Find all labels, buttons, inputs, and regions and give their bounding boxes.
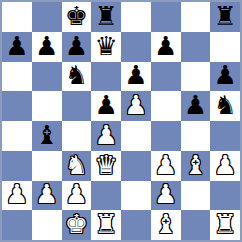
square-c5[interactable] <box>62 91 92 121</box>
square-g2[interactable] <box>181 181 211 211</box>
square-g3[interactable]: ♝ <box>181 151 211 181</box>
square-c1[interactable]: ♚ <box>62 210 92 240</box>
white-rook-h1[interactable]: ♜ <box>213 211 236 237</box>
white-queen-d3[interactable]: ♛ <box>94 152 117 178</box>
square-a6[interactable] <box>2 62 32 92</box>
square-f8[interactable] <box>151 2 181 32</box>
square-b2[interactable]: ♟ <box>32 181 62 211</box>
square-g5[interactable]: ♟ <box>181 91 211 121</box>
black-queen-d7[interactable]: ♛ <box>94 33 117 59</box>
white-bishop-f1[interactable]: ♝ <box>154 211 177 237</box>
square-b8[interactable] <box>32 2 62 32</box>
square-d4[interactable]: ♟ <box>91 121 121 151</box>
square-f6[interactable] <box>151 62 181 92</box>
square-a3[interactable] <box>2 151 32 181</box>
square-f3[interactable]: ♟ <box>151 151 181 181</box>
square-b4[interactable]: ♝ <box>32 121 62 151</box>
white-pawn-f3[interactable]: ♟ <box>154 152 177 178</box>
black-knight-h5[interactable]: ♞ <box>213 92 236 118</box>
square-c3[interactable]: ♞ <box>62 151 92 181</box>
black-rook-h8[interactable]: ♜ <box>213 3 236 29</box>
square-g1[interactable] <box>181 210 211 240</box>
black-pawn-c7[interactable]: ♟ <box>65 33 88 59</box>
square-e4[interactable] <box>121 121 151 151</box>
square-b7[interactable]: ♟ <box>32 32 62 62</box>
square-f5[interactable] <box>151 91 181 121</box>
square-h5[interactable]: ♞ <box>210 91 240 121</box>
black-pawn-a7[interactable]: ♟ <box>5 33 28 59</box>
square-f4[interactable] <box>151 121 181 151</box>
black-pawn-h6[interactable]: ♟ <box>213 62 236 88</box>
white-pawn-h3[interactable]: ♟ <box>213 152 236 178</box>
square-c6[interactable]: ♞ <box>62 62 92 92</box>
white-bishop-g3[interactable]: ♝ <box>184 152 207 178</box>
square-b1[interactable] <box>32 210 62 240</box>
square-d6[interactable] <box>91 62 121 92</box>
square-a4[interactable] <box>2 121 32 151</box>
white-pawn-e5[interactable]: ♟ <box>124 92 147 118</box>
white-pawn-a2[interactable]: ♟ <box>5 181 28 207</box>
square-f1[interactable]: ♝ <box>151 210 181 240</box>
square-a8[interactable] <box>2 2 32 32</box>
square-b5[interactable] <box>32 91 62 121</box>
black-pawn-b7[interactable]: ♟ <box>35 33 58 59</box>
chess-board: ♚♜♜♟♟♟♛♟♞♟♟♟♟♟♞♝♟♞♛♟♝♟♟♟♟♟♚♜♝♜ <box>0 0 242 242</box>
square-e8[interactable] <box>121 2 151 32</box>
square-d8[interactable]: ♜ <box>91 2 121 32</box>
white-rook-d1[interactable]: ♜ <box>94 211 117 237</box>
square-c8[interactable]: ♚ <box>62 2 92 32</box>
square-d3[interactable]: ♛ <box>91 151 121 181</box>
square-h1[interactable]: ♜ <box>210 210 240 240</box>
square-c2[interactable]: ♟ <box>62 181 92 211</box>
square-e5[interactable]: ♟ <box>121 91 151 121</box>
square-c4[interactable] <box>62 121 92 151</box>
white-pawn-b2[interactable]: ♟ <box>35 181 58 207</box>
square-f2[interactable]: ♟ <box>151 181 181 211</box>
black-pawn-d5[interactable]: ♟ <box>94 92 117 118</box>
square-h6[interactable]: ♟ <box>210 62 240 92</box>
square-g6[interactable] <box>181 62 211 92</box>
square-h3[interactable]: ♟ <box>210 151 240 181</box>
square-b3[interactable] <box>32 151 62 181</box>
square-a7[interactable]: ♟ <box>2 32 32 62</box>
square-g4[interactable] <box>181 121 211 151</box>
square-h7[interactable] <box>210 32 240 62</box>
black-knight-c6[interactable]: ♞ <box>65 62 88 88</box>
square-f7[interactable]: ♟ <box>151 32 181 62</box>
square-c7[interactable]: ♟ <box>62 32 92 62</box>
square-d5[interactable]: ♟ <box>91 91 121 121</box>
black-pawn-f7[interactable]: ♟ <box>154 33 177 59</box>
black-pawn-g5[interactable]: ♟ <box>184 92 207 118</box>
square-a5[interactable] <box>2 91 32 121</box>
square-g8[interactable] <box>181 2 211 32</box>
square-e3[interactable] <box>121 151 151 181</box>
square-a1[interactable] <box>2 210 32 240</box>
white-king-c1[interactable]: ♚ <box>65 211 88 237</box>
white-pawn-c2[interactable]: ♟ <box>65 181 88 207</box>
square-d7[interactable]: ♛ <box>91 32 121 62</box>
square-d2[interactable] <box>91 181 121 211</box>
black-rook-d8[interactable]: ♜ <box>94 3 117 29</box>
black-pawn-e6[interactable]: ♟ <box>124 62 147 88</box>
square-h2[interactable] <box>210 181 240 211</box>
square-e6[interactable]: ♟ <box>121 62 151 92</box>
square-d1[interactable]: ♜ <box>91 210 121 240</box>
square-g7[interactable] <box>181 32 211 62</box>
black-king-c8[interactable]: ♚ <box>65 3 88 29</box>
square-h8[interactable]: ♜ <box>210 2 240 32</box>
square-b6[interactable] <box>32 62 62 92</box>
black-bishop-b4[interactable]: ♝ <box>35 122 58 148</box>
square-h4[interactable] <box>210 121 240 151</box>
square-a2[interactable]: ♟ <box>2 181 32 211</box>
white-pawn-f2[interactable]: ♟ <box>154 181 177 207</box>
white-knight-c3[interactable]: ♞ <box>65 152 88 178</box>
white-pawn-d4[interactable]: ♟ <box>94 122 117 148</box>
square-e2[interactable] <box>121 181 151 211</box>
square-e7[interactable] <box>121 32 151 62</box>
square-e1[interactable] <box>121 210 151 240</box>
